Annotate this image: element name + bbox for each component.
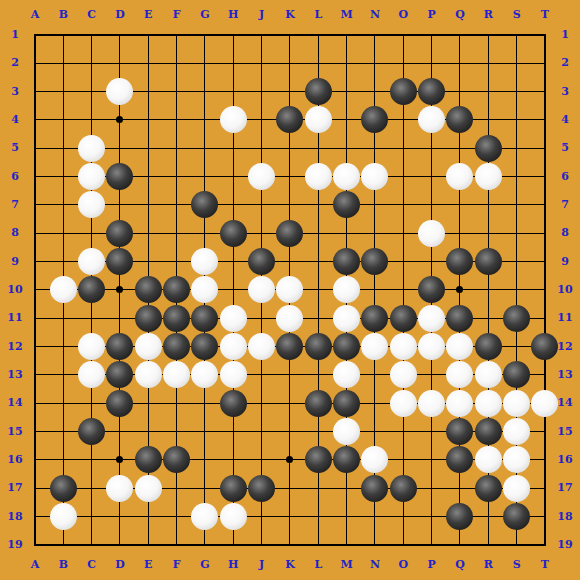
intersection[interactable] — [162, 531, 190, 559]
intersection[interactable] — [389, 446, 417, 474]
intersection[interactable] — [21, 361, 49, 389]
intersection[interactable] — [77, 474, 105, 502]
intersection[interactable] — [219, 191, 247, 219]
intersection[interactable] — [276, 276, 304, 304]
intersection[interactable] — [389, 77, 417, 105]
intersection[interactable] — [247, 21, 275, 49]
intersection[interactable] — [417, 162, 445, 190]
intersection[interactable] — [361, 531, 389, 559]
intersection[interactable] — [276, 77, 304, 105]
intersection[interactable] — [332, 474, 360, 502]
intersection[interactable] — [332, 361, 360, 389]
intersection[interactable] — [417, 389, 445, 417]
intersection[interactable] — [219, 474, 247, 502]
intersection[interactable] — [304, 191, 332, 219]
intersection[interactable] — [417, 106, 445, 134]
intersection[interactable] — [134, 446, 162, 474]
intersection[interactable] — [77, 417, 105, 445]
intersection[interactable] — [134, 417, 162, 445]
intersection[interactable] — [134, 389, 162, 417]
intersection[interactable] — [332, 247, 360, 275]
intersection[interactable] — [276, 502, 304, 530]
intersection[interactable] — [361, 247, 389, 275]
intersection[interactable] — [106, 304, 134, 332]
intersection[interactable] — [106, 446, 134, 474]
intersection[interactable] — [21, 304, 49, 332]
intersection[interactable] — [474, 502, 502, 530]
intersection[interactable] — [446, 21, 474, 49]
intersection[interactable] — [361, 219, 389, 247]
intersection[interactable] — [191, 49, 219, 77]
intersection[interactable] — [474, 276, 502, 304]
intersection[interactable] — [247, 502, 275, 530]
intersection[interactable] — [502, 502, 530, 530]
intersection[interactable] — [531, 502, 559, 530]
intersection[interactable] — [106, 361, 134, 389]
intersection[interactable] — [446, 361, 474, 389]
intersection[interactable] — [247, 474, 275, 502]
intersection[interactable] — [417, 191, 445, 219]
intersection[interactable] — [502, 389, 530, 417]
intersection[interactable] — [332, 21, 360, 49]
intersection[interactable] — [332, 219, 360, 247]
intersection[interactable] — [106, 332, 134, 360]
intersection[interactable] — [247, 276, 275, 304]
intersection[interactable] — [49, 106, 77, 134]
intersection[interactable] — [191, 191, 219, 219]
intersection[interactable] — [276, 361, 304, 389]
intersection[interactable] — [162, 332, 190, 360]
intersection[interactable] — [304, 21, 332, 49]
intersection[interactable] — [276, 247, 304, 275]
intersection[interactable] — [276, 134, 304, 162]
intersection[interactable] — [332, 531, 360, 559]
intersection[interactable] — [106, 474, 134, 502]
intersection[interactable] — [304, 332, 332, 360]
intersection[interactable] — [134, 21, 162, 49]
intersection[interactable] — [389, 417, 417, 445]
intersection[interactable] — [361, 49, 389, 77]
intersection[interactable] — [332, 77, 360, 105]
intersection[interactable] — [49, 361, 77, 389]
intersection[interactable] — [304, 219, 332, 247]
intersection[interactable] — [247, 49, 275, 77]
intersection[interactable] — [21, 502, 49, 530]
intersection[interactable] — [304, 247, 332, 275]
intersection[interactable] — [361, 332, 389, 360]
intersection[interactable] — [417, 361, 445, 389]
intersection[interactable] — [21, 276, 49, 304]
intersection[interactable] — [21, 389, 49, 417]
intersection[interactable] — [361, 77, 389, 105]
intersection[interactable] — [162, 304, 190, 332]
intersection[interactable] — [502, 304, 530, 332]
intersection[interactable] — [389, 162, 417, 190]
intersection[interactable] — [21, 77, 49, 105]
intersection[interactable] — [474, 361, 502, 389]
intersection[interactable] — [474, 247, 502, 275]
intersection[interactable] — [474, 77, 502, 105]
intersection[interactable] — [106, 191, 134, 219]
intersection[interactable] — [219, 502, 247, 530]
intersection[interactable] — [77, 502, 105, 530]
intersection[interactable] — [134, 276, 162, 304]
intersection[interactable] — [77, 162, 105, 190]
intersection[interactable] — [361, 106, 389, 134]
intersection[interactable] — [162, 21, 190, 49]
intersection[interactable] — [502, 21, 530, 49]
intersection[interactable] — [332, 389, 360, 417]
intersection[interactable] — [106, 276, 134, 304]
intersection[interactable] — [162, 361, 190, 389]
intersection[interactable] — [77, 191, 105, 219]
intersection[interactable] — [304, 77, 332, 105]
intersection[interactable] — [361, 361, 389, 389]
intersection[interactable] — [446, 446, 474, 474]
intersection[interactable] — [77, 332, 105, 360]
intersection[interactable] — [21, 446, 49, 474]
intersection[interactable] — [219, 531, 247, 559]
intersection[interactable] — [531, 134, 559, 162]
intersection[interactable] — [361, 21, 389, 49]
intersection[interactable] — [77, 389, 105, 417]
intersection[interactable] — [446, 276, 474, 304]
intersection[interactable] — [446, 134, 474, 162]
intersection[interactable] — [446, 474, 474, 502]
intersection[interactable] — [502, 77, 530, 105]
intersection[interactable] — [191, 389, 219, 417]
intersection[interactable] — [191, 219, 219, 247]
intersection[interactable] — [247, 77, 275, 105]
intersection[interactable] — [49, 162, 77, 190]
intersection[interactable] — [389, 332, 417, 360]
intersection[interactable] — [474, 332, 502, 360]
intersection[interactable] — [502, 162, 530, 190]
intersection[interactable] — [247, 162, 275, 190]
intersection[interactable] — [446, 304, 474, 332]
intersection[interactable] — [304, 389, 332, 417]
intersection[interactable] — [77, 49, 105, 77]
intersection[interactable] — [446, 247, 474, 275]
intersection[interactable] — [77, 361, 105, 389]
intersection[interactable] — [162, 417, 190, 445]
intersection[interactable] — [446, 191, 474, 219]
intersection[interactable] — [276, 106, 304, 134]
intersection[interactable] — [389, 219, 417, 247]
intersection[interactable] — [77, 531, 105, 559]
intersection[interactable] — [389, 502, 417, 530]
intersection[interactable] — [247, 531, 275, 559]
intersection[interactable] — [446, 162, 474, 190]
intersection[interactable] — [276, 49, 304, 77]
intersection[interactable] — [191, 446, 219, 474]
intersection[interactable] — [417, 446, 445, 474]
intersection[interactable] — [191, 474, 219, 502]
intersection[interactable] — [162, 162, 190, 190]
intersection[interactable] — [49, 446, 77, 474]
intersection[interactable] — [162, 106, 190, 134]
intersection[interactable] — [417, 247, 445, 275]
intersection[interactable] — [276, 304, 304, 332]
intersection[interactable] — [191, 417, 219, 445]
intersection[interactable] — [446, 531, 474, 559]
intersection[interactable] — [276, 446, 304, 474]
intersection[interactable] — [21, 474, 49, 502]
intersection[interactable] — [49, 304, 77, 332]
intersection[interactable] — [474, 162, 502, 190]
intersection[interactable] — [162, 49, 190, 77]
intersection[interactable] — [191, 21, 219, 49]
intersection[interactable] — [446, 417, 474, 445]
intersection[interactable] — [417, 219, 445, 247]
intersection[interactable] — [531, 247, 559, 275]
intersection[interactable] — [304, 531, 332, 559]
intersection[interactable] — [106, 134, 134, 162]
intersection[interactable] — [276, 389, 304, 417]
intersection[interactable] — [304, 304, 332, 332]
intersection[interactable] — [106, 247, 134, 275]
intersection[interactable] — [49, 21, 77, 49]
intersection[interactable] — [162, 276, 190, 304]
intersection[interactable] — [106, 417, 134, 445]
intersection[interactable] — [361, 389, 389, 417]
intersection[interactable] — [389, 106, 417, 134]
intersection[interactable] — [134, 191, 162, 219]
intersection[interactable] — [77, 304, 105, 332]
intersection[interactable] — [162, 446, 190, 474]
intersection[interactable] — [49, 502, 77, 530]
intersection[interactable] — [77, 276, 105, 304]
intersection[interactable] — [474, 49, 502, 77]
intersection[interactable] — [49, 276, 77, 304]
intersection[interactable] — [162, 389, 190, 417]
intersection[interactable] — [276, 191, 304, 219]
intersection[interactable] — [77, 106, 105, 134]
intersection[interactable] — [531, 191, 559, 219]
intersection[interactable] — [531, 417, 559, 445]
intersection[interactable] — [162, 134, 190, 162]
intersection[interactable] — [106, 106, 134, 134]
intersection[interactable] — [502, 49, 530, 77]
intersection[interactable] — [247, 361, 275, 389]
intersection[interactable] — [361, 474, 389, 502]
intersection[interactable] — [389, 49, 417, 77]
intersection[interactable] — [502, 332, 530, 360]
intersection[interactable] — [389, 304, 417, 332]
intersection[interactable] — [417, 134, 445, 162]
intersection[interactable] — [361, 162, 389, 190]
intersection[interactable] — [502, 191, 530, 219]
intersection[interactable] — [21, 49, 49, 77]
intersection[interactable] — [474, 304, 502, 332]
intersection[interactable] — [304, 276, 332, 304]
intersection[interactable] — [304, 106, 332, 134]
intersection[interactable] — [247, 106, 275, 134]
intersection[interactable] — [21, 219, 49, 247]
intersection[interactable] — [332, 502, 360, 530]
intersection[interactable] — [21, 106, 49, 134]
intersection[interactable] — [77, 247, 105, 275]
intersection[interactable] — [474, 474, 502, 502]
intersection[interactable] — [502, 361, 530, 389]
intersection[interactable] — [531, 276, 559, 304]
intersection[interactable] — [332, 106, 360, 134]
intersection[interactable] — [474, 134, 502, 162]
intersection[interactable] — [219, 446, 247, 474]
intersection[interactable] — [531, 77, 559, 105]
intersection[interactable] — [134, 332, 162, 360]
intersection[interactable] — [49, 134, 77, 162]
intersection[interactable] — [502, 134, 530, 162]
intersection[interactable] — [49, 191, 77, 219]
intersection[interactable] — [417, 417, 445, 445]
intersection[interactable] — [446, 49, 474, 77]
intersection[interactable] — [21, 247, 49, 275]
intersection[interactable] — [191, 502, 219, 530]
intersection[interactable] — [502, 417, 530, 445]
intersection[interactable] — [361, 191, 389, 219]
intersection[interactable] — [134, 304, 162, 332]
intersection[interactable] — [219, 247, 247, 275]
intersection[interactable] — [247, 332, 275, 360]
intersection[interactable] — [247, 446, 275, 474]
intersection[interactable] — [446, 106, 474, 134]
intersection[interactable] — [389, 191, 417, 219]
intersection[interactable] — [361, 417, 389, 445]
intersection[interactable] — [361, 134, 389, 162]
intersection[interactable] — [134, 531, 162, 559]
intersection[interactable] — [77, 77, 105, 105]
intersection[interactable] — [276, 417, 304, 445]
intersection[interactable] — [304, 134, 332, 162]
intersection[interactable] — [191, 162, 219, 190]
intersection[interactable] — [219, 332, 247, 360]
intersection[interactable] — [502, 247, 530, 275]
intersection[interactable] — [134, 247, 162, 275]
intersection[interactable] — [304, 417, 332, 445]
intersection[interactable] — [389, 361, 417, 389]
intersection[interactable] — [219, 304, 247, 332]
intersection[interactable] — [106, 219, 134, 247]
intersection[interactable] — [49, 474, 77, 502]
intersection[interactable] — [21, 332, 49, 360]
intersection[interactable] — [361, 276, 389, 304]
intersection[interactable] — [417, 474, 445, 502]
intersection[interactable] — [247, 304, 275, 332]
intersection[interactable] — [389, 134, 417, 162]
intersection[interactable] — [304, 502, 332, 530]
intersection[interactable] — [134, 134, 162, 162]
go-board[interactable]: AABBCCDDEEFFGGHHJJKKLLMMNNOOPPQQRRSSTT11… — [0, 0, 580, 580]
intersection[interactable] — [219, 417, 247, 445]
intersection[interactable] — [531, 361, 559, 389]
intersection[interactable] — [474, 191, 502, 219]
intersection[interactable] — [304, 49, 332, 77]
intersection[interactable] — [134, 361, 162, 389]
intersection[interactable] — [191, 134, 219, 162]
intersection[interactable] — [417, 531, 445, 559]
intersection[interactable] — [474, 389, 502, 417]
intersection[interactable] — [191, 531, 219, 559]
intersection[interactable] — [106, 389, 134, 417]
intersection[interactable] — [219, 106, 247, 134]
intersection[interactable] — [474, 106, 502, 134]
intersection[interactable] — [332, 191, 360, 219]
intersection[interactable] — [162, 191, 190, 219]
intersection[interactable] — [21, 417, 49, 445]
intersection[interactable] — [219, 389, 247, 417]
intersection[interactable] — [247, 134, 275, 162]
intersection[interactable] — [332, 417, 360, 445]
intersection[interactable] — [361, 446, 389, 474]
intersection[interactable] — [106, 77, 134, 105]
intersection[interactable] — [219, 134, 247, 162]
intersection[interactable] — [502, 106, 530, 134]
intersection[interactable] — [247, 417, 275, 445]
intersection[interactable] — [417, 502, 445, 530]
intersection[interactable] — [389, 474, 417, 502]
intersection[interactable] — [389, 276, 417, 304]
intersection[interactable] — [191, 276, 219, 304]
intersection[interactable] — [531, 162, 559, 190]
intersection[interactable] — [191, 361, 219, 389]
intersection[interactable] — [361, 502, 389, 530]
intersection[interactable] — [446, 502, 474, 530]
intersection[interactable] — [446, 219, 474, 247]
intersection[interactable] — [77, 21, 105, 49]
intersection[interactable] — [21, 191, 49, 219]
intersection[interactable] — [531, 332, 559, 360]
intersection[interactable] — [531, 389, 559, 417]
intersection[interactable] — [49, 77, 77, 105]
intersection[interactable] — [531, 304, 559, 332]
intersection[interactable] — [474, 21, 502, 49]
intersection[interactable] — [446, 389, 474, 417]
intersection[interactable] — [219, 219, 247, 247]
intersection[interactable] — [276, 21, 304, 49]
intersection[interactable] — [191, 304, 219, 332]
intersection[interactable] — [304, 446, 332, 474]
intersection[interactable] — [77, 219, 105, 247]
intersection[interactable] — [134, 49, 162, 77]
intersection[interactable] — [219, 361, 247, 389]
intersection[interactable] — [247, 247, 275, 275]
intersection[interactable] — [332, 304, 360, 332]
intersection[interactable] — [417, 21, 445, 49]
intersection[interactable] — [531, 106, 559, 134]
intersection[interactable] — [502, 474, 530, 502]
intersection[interactable] — [106, 531, 134, 559]
intersection[interactable] — [134, 219, 162, 247]
intersection[interactable] — [531, 21, 559, 49]
intersection[interactable] — [474, 417, 502, 445]
intersection[interactable] — [191, 77, 219, 105]
intersection[interactable] — [134, 502, 162, 530]
intersection[interactable] — [49, 247, 77, 275]
intersection[interactable] — [417, 276, 445, 304]
intersection[interactable] — [446, 332, 474, 360]
intersection[interactable] — [474, 531, 502, 559]
intersection[interactable] — [219, 77, 247, 105]
intersection[interactable] — [134, 162, 162, 190]
intersection[interactable] — [247, 191, 275, 219]
intersection[interactable] — [304, 162, 332, 190]
intersection[interactable] — [446, 77, 474, 105]
intersection[interactable] — [49, 389, 77, 417]
intersection[interactable] — [276, 162, 304, 190]
intersection[interactable] — [531, 531, 559, 559]
intersection[interactable] — [304, 361, 332, 389]
